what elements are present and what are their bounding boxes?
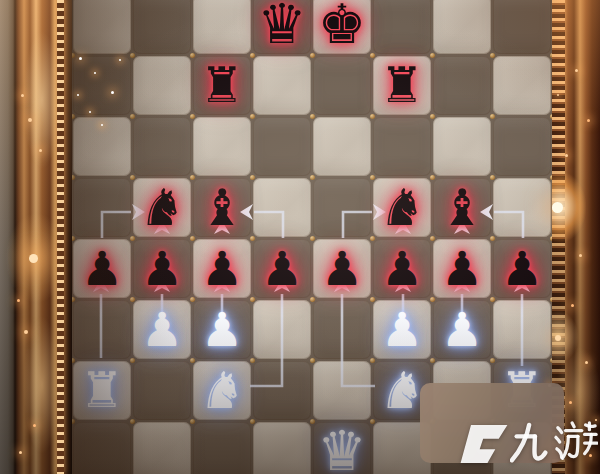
black-queen-d8[interactable]: ♛ [252,0,312,55]
square-h6[interactable] [492,116,552,177]
square-e6[interactable] [312,116,372,177]
square-b1[interactable] [132,421,192,474]
tile [133,117,191,176]
square-a3[interactable] [72,299,132,360]
square-h8[interactable] [492,0,552,55]
square-e3[interactable] [312,299,372,360]
tile [73,56,131,115]
square-c6[interactable] [192,116,252,177]
white-pawn-f3[interactable]: ♟ [372,299,432,360]
black-rook-f7[interactable]: ♜ [372,55,432,116]
black-pawn-b4[interactable]: ♟ [132,238,192,299]
tile-corner-stud [310,175,315,180]
tile [433,0,491,54]
square-e7[interactable] [312,55,372,116]
white-pawn-c3[interactable]: ♟ [192,299,252,360]
tile-corner-stud [130,53,135,58]
white-knight-c2[interactable]: ♞ [192,360,252,421]
square-g7[interactable] [432,55,492,116]
square-b8[interactable] [132,0,192,55]
square-h5[interactable] [492,177,552,238]
tile [253,422,311,474]
square-c1[interactable] [192,421,252,474]
tile [313,117,371,176]
black-pawn-f4[interactable]: ♟ [372,238,432,299]
black-pawn-g4[interactable]: ♟ [432,238,492,299]
white-pawn-b3[interactable]: ♟ [132,299,192,360]
tile [73,300,131,359]
jiuyou-text [510,421,598,467]
tile [493,300,551,359]
tile [313,361,371,420]
tile [253,300,311,359]
tile [493,0,551,54]
tile-corner-stud [490,114,495,119]
square-g8[interactable] [432,0,492,55]
tile [433,56,491,115]
black-knight-b5[interactable]: ♞ [132,177,192,238]
tile [73,0,131,54]
tile [313,178,371,237]
square-h7[interactable] [492,55,552,116]
square-e2[interactable] [312,360,372,421]
tile [313,56,371,115]
tile-corner-stud [310,114,315,119]
tile [373,117,431,176]
black-pawn-h4[interactable]: ♟ [492,238,552,299]
square-a1[interactable] [72,421,132,474]
white-rook-a2[interactable]: ♜ [72,360,132,421]
tile [313,300,371,359]
black-rook-c7[interactable]: ♜ [192,55,252,116]
square-d3[interactable] [252,299,312,360]
white-pawn-g3[interactable]: ♟ [432,299,492,360]
tile [73,178,131,237]
square-a8[interactable] [72,0,132,55]
black-bishop-g5[interactable]: ♝ [432,177,492,238]
tile [133,0,191,54]
square-c8[interactable] [192,0,252,55]
square-e5[interactable] [312,177,372,238]
square-b7[interactable] [132,55,192,116]
square-g6[interactable] [432,116,492,177]
tile-corner-stud [130,114,135,119]
tile [193,117,251,176]
tile-corner-stud [490,53,495,58]
square-d6[interactable] [252,116,312,177]
square-b6[interactable] [132,116,192,177]
tile [193,422,251,474]
tile [253,56,311,115]
tile [193,0,251,54]
tile-corner-stud [310,358,315,363]
tile [133,56,191,115]
tile [253,178,311,237]
black-pawn-d4[interactable]: ♟ [252,238,312,299]
black-bishop-c5[interactable]: ♝ [192,177,252,238]
ornate-frame-left [0,0,72,474]
tile [373,0,431,54]
square-h3[interactable] [492,299,552,360]
tile [253,117,311,176]
square-a6[interactable] [72,116,132,177]
square-f6[interactable] [372,116,432,177]
tile [133,361,191,420]
tile [253,361,311,420]
black-pawn-c4[interactable]: ♟ [192,238,252,299]
square-a7[interactable] [72,55,132,116]
jiuyou-watermark [458,414,600,474]
tile [493,56,551,115]
tile [73,422,131,474]
tile [433,117,491,176]
jiuyou-g-logo-icon [458,421,510,467]
tile [133,422,191,474]
square-b2[interactable] [132,360,192,421]
tile [73,117,131,176]
black-pawn-e4[interactable]: ♟ [312,238,372,299]
tile [493,178,551,237]
white-queen-e1[interactable]: ♛ [312,421,372,474]
square-f8[interactable] [372,0,432,55]
square-d1[interactable] [252,421,312,474]
game-screen: ♛♚♜♜♞♝♞♝♟♟♟♟♟♟♟♟♟♟♟♟♜♞♞♜♛ [0,0,600,474]
square-a5[interactable] [72,177,132,238]
tile [493,117,551,176]
black-knight-f5[interactable]: ♞ [372,177,432,238]
black-king-e8[interactable]: ♚ [312,0,372,55]
black-pawn-a4[interactable]: ♟ [72,238,132,299]
square-d7[interactable] [252,55,312,116]
square-d5[interactable] [252,177,312,238]
square-d2[interactable] [252,360,312,421]
